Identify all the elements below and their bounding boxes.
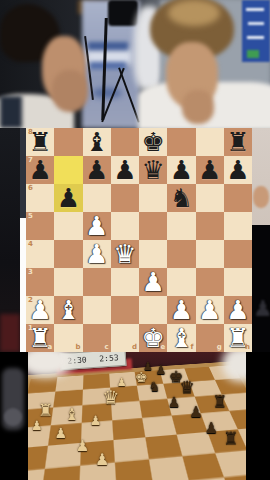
square-f4 — [167, 240, 195, 268]
square-d2 — [111, 296, 139, 324]
square-d8 — [111, 128, 139, 156]
right-player-hair-highlight — [168, 0, 220, 26]
rank-label-1: 1 — [28, 325, 33, 332]
square-h2: ♟ — [224, 296, 252, 324]
square-a3: 3 — [26, 268, 54, 296]
captured-piece-silhouette: ♟ — [253, 296, 270, 321]
square-g1: g — [196, 324, 224, 352]
square-h8: ♜ — [224, 128, 252, 156]
square-a1: 1a♜ — [26, 324, 54, 352]
left-player-chair — [0, 96, 22, 128]
backdrop-logo — [92, 88, 122, 98]
wooden-white-pawn-icon: ♟ — [31, 419, 43, 432]
square-g3 — [196, 268, 224, 296]
right-background-strip: ♟ — [252, 128, 270, 352]
wooden-black-pawn-icon: ♟ — [204, 421, 217, 436]
background-object — [0, 314, 20, 352]
black-pawn-icon: ♟ — [226, 156, 249, 184]
black-king-icon: ♚ — [141, 128, 164, 156]
rank-label-4: 4 — [28, 241, 33, 248]
black-pawn-icon: ♟ — [57, 184, 80, 212]
square-e2 — [139, 296, 167, 324]
black-bishop-icon: ♝ — [85, 128, 108, 156]
square-e3: ♟ — [139, 268, 167, 296]
square-b3 — [54, 268, 82, 296]
wooden-black-queen-icon: ♛ — [180, 378, 195, 395]
white-pawn-icon: ♟ — [85, 212, 108, 240]
square-f7: ♟ — [167, 156, 195, 184]
wooden-white-rook-icon: ♜ — [38, 402, 53, 419]
backdrop-logo — [90, 62, 126, 69]
square-d4: ♛ — [111, 240, 139, 268]
wooden-white-pawn-icon: ♟ — [76, 438, 89, 453]
square-c3 — [83, 268, 111, 296]
square-b8 — [54, 128, 82, 156]
black-pawn-icon: ♟ — [170, 156, 193, 184]
rank-label-5: 5 — [28, 213, 33, 220]
square-g2: ♟ — [196, 296, 224, 324]
square-d6 — [111, 184, 139, 212]
square-b4 — [54, 240, 82, 268]
chess-board: 8♜♝♚♜7♟♟♟♛♟♟♟6♟♞5♟4♟♛3♟2♟♝♟♟♟1a♜bcde♚f♝g… — [26, 128, 252, 352]
banner-logo — [248, 22, 264, 25]
white-queen-icon: ♛ — [113, 240, 136, 268]
black-pawn-icon: ♟ — [198, 156, 221, 184]
square-e7: ♛ — [139, 156, 167, 184]
white-bishop-icon: ♝ — [57, 296, 80, 324]
wooden-white-pawn-icon: ♟ — [90, 414, 102, 427]
rank-label-6: 6 — [28, 185, 33, 192]
wooden-black-knight-icon: ♞ — [149, 379, 161, 392]
banner-logo — [246, 8, 264, 11]
square-d5 — [111, 212, 139, 240]
square-h1: h♜ — [224, 324, 252, 352]
left-background-strip — [0, 128, 20, 352]
square-h3 — [224, 268, 252, 296]
wooden-white-bishop-icon: ♝ — [64, 407, 78, 423]
wooden-white-pawn-icon: ♟ — [54, 426, 67, 440]
hand-edge — [253, 186, 269, 208]
square-g5 — [196, 212, 224, 240]
file-label-a: a — [48, 344, 53, 351]
photo-area: 2:30 2:53 ♜♟♝♟♟♟♛♟♚♟♟♟♞♚♛♟♟♜♟♜ — [28, 352, 246, 480]
square-c4: ♟ — [83, 240, 111, 268]
square-h7: ♟ — [224, 156, 252, 184]
square-a4: 4 — [26, 240, 54, 268]
shirt-edge — [252, 128, 270, 225]
white-pawn-icon: ♟ — [170, 296, 193, 324]
white-pawn-icon: ♟ — [141, 268, 164, 296]
white-pawn-icon: ♟ — [85, 240, 108, 268]
backdrop-logo — [88, 42, 128, 50]
square-d3 — [111, 268, 139, 296]
square-a7: 7♟ — [26, 156, 54, 184]
square-f6: ♞ — [167, 184, 195, 212]
wooden-black-pawn-icon: ♟ — [143, 361, 153, 372]
wooden-black-pawn-icon: ♟ — [168, 395, 181, 409]
square-f1: f♝ — [167, 324, 195, 352]
square-h6 — [224, 184, 252, 212]
rank-label-2: 2 — [28, 297, 33, 304]
diagram-section: ♟ 8♜♝♚♜7♟♟♟♛♟♟♟6♟♞5♟4♟♛3♟2♟♝♟♟♟1a♜bcde♚f… — [0, 128, 270, 352]
wooden-white-queen-icon: ♛ — [102, 388, 119, 407]
square-e6 — [139, 184, 167, 212]
square-b2: ♝ — [54, 296, 82, 324]
file-label-g: g — [217, 344, 222, 351]
wooden-white-pawn-icon: ♟ — [95, 452, 109, 468]
square-a5: 5 — [26, 212, 54, 240]
file-label-h: h — [245, 344, 250, 351]
square-b1: b — [54, 324, 82, 352]
square-c8: ♝ — [83, 128, 111, 156]
rank-label-7: 7 — [28, 157, 33, 164]
black-knight-icon: ♞ — [170, 184, 193, 212]
black-pawn-icon: ♟ — [85, 156, 108, 184]
square-b5 — [54, 212, 82, 240]
square-c5: ♟ — [83, 212, 111, 240]
square-c2 — [83, 296, 111, 324]
file-label-c: c — [105, 344, 109, 351]
square-f8 — [167, 128, 195, 156]
physical-board-photo: 2:30 2:53 ♜♟♝♟♟♟♛♟♚♟♟♟♞♚♛♟♟♜♟♜ — [0, 352, 270, 480]
square-c7: ♟ — [83, 156, 111, 184]
square-g8 — [196, 128, 224, 156]
black-queen-icon: ♛ — [141, 156, 164, 184]
wooden-black-pawn-icon: ♟ — [156, 365, 167, 377]
right-player-hand — [182, 90, 214, 124]
rank-label-3: 3 — [28, 269, 33, 276]
wooden-white-pawn-icon: ♟ — [117, 377, 127, 388]
square-g6 — [196, 184, 224, 212]
square-g4 — [196, 240, 224, 268]
square-e8: ♚ — [139, 128, 167, 156]
black-pawn-icon: ♟ — [113, 156, 136, 184]
square-b7 — [54, 156, 82, 184]
square-f3 — [167, 268, 195, 296]
square-c6 — [83, 184, 111, 212]
rank-label-8: 8 — [28, 129, 33, 136]
file-label-f: f — [190, 344, 193, 351]
square-f5 — [167, 212, 195, 240]
wooden-black-rook-icon: ♜ — [213, 394, 227, 410]
white-pawn-icon: ♟ — [198, 296, 221, 324]
square-g7: ♟ — [196, 156, 224, 184]
banner-logo — [247, 36, 264, 39]
wooden-black-rook-icon: ♜ — [223, 430, 238, 447]
black-rook-icon: ♜ — [226, 128, 249, 156]
white-pawn-icon: ♟ — [226, 296, 249, 324]
square-d1: d — [111, 324, 139, 352]
square-b6: ♟ — [54, 184, 82, 212]
square-e4 — [139, 240, 167, 268]
square-a2: 2♟ — [26, 296, 54, 324]
square-f2: ♟ — [167, 296, 195, 324]
wooden-black-pawn-icon: ♟ — [189, 405, 202, 420]
square-h4 — [224, 240, 252, 268]
square-h5 — [224, 212, 252, 240]
square-a6: 6 — [26, 184, 54, 212]
square-c1: c — [83, 324, 111, 352]
green-logo — [247, 50, 259, 58]
camera — [108, 0, 138, 26]
file-label-b: b — [75, 344, 80, 351]
square-d7: ♟ — [111, 156, 139, 184]
square-e5 — [139, 212, 167, 240]
square-e1: e♚ — [139, 324, 167, 352]
video-frame: ♟ 8♜♝♚♜7♟♟♟♛♟♟♟6♟♞5♟4♟♛3♟2♟♝♟♟♟1a♜bcde♚f… — [0, 0, 270, 480]
square-a8: 8♜ — [26, 128, 54, 156]
file-label-d: d — [132, 344, 137, 351]
file-label-e: e — [161, 344, 166, 351]
players-photo — [0, 0, 270, 128]
left-player-hand — [52, 70, 88, 112]
camera-lens — [4, 408, 22, 426]
